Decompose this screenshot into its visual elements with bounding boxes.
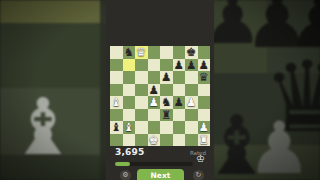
piece-bN-b8[interactable]: ♞: [123, 46, 136, 59]
square-a6[interactable]: [110, 71, 123, 84]
square-c2[interactable]: [135, 121, 148, 134]
square-a1[interactable]: [110, 134, 123, 147]
progress-bar: [115, 162, 193, 166]
piece-bR-e3[interactable]: ♜: [160, 109, 173, 122]
square-g4[interactable]: ♟: [185, 96, 198, 109]
square-d2[interactable]: [148, 121, 161, 134]
square-e3[interactable]: ♜: [160, 109, 173, 122]
piece-wQ-c8[interactable]: ♛: [135, 46, 148, 59]
square-a4[interactable]: ♝: [110, 96, 123, 109]
background-square: [0, 0, 100, 23]
chess-board[interactable]: ♞♛♚♟♟♟♟♛♟♝♟♞♟♟♜♝♝♟♚♜: [110, 46, 210, 146]
square-d7[interactable]: [148, 59, 161, 72]
square-c8[interactable]: ♛: [135, 46, 148, 59]
piece-wR-h1[interactable]: ♜: [198, 134, 211, 147]
square-a2[interactable]: ♝: [110, 121, 123, 134]
square-d4[interactable]: ♟: [148, 96, 161, 109]
next-button[interactable]: Next: [137, 169, 184, 180]
square-g8[interactable]: ♚: [185, 46, 198, 59]
square-b7[interactable]: [123, 59, 136, 72]
square-h6[interactable]: ♛: [198, 71, 211, 84]
square-g2[interactable]: [185, 121, 198, 134]
square-c7[interactable]: [135, 59, 148, 72]
square-h5[interactable]: [198, 84, 211, 97]
square-b1[interactable]: [123, 134, 136, 147]
square-f4[interactable]: ♟: [173, 96, 186, 109]
square-f7[interactable]: ♟: [173, 59, 186, 72]
piece-wP-g4[interactable]: ♟: [185, 96, 198, 109]
piece-bN-e4[interactable]: ♞: [160, 96, 173, 109]
background-square: [0, 23, 100, 88]
hint-icon: ⚙: [122, 171, 128, 179]
retry-icon: ↻: [196, 171, 202, 179]
square-a7[interactable]: [110, 59, 123, 72]
square-d6[interactable]: [148, 71, 161, 84]
square-h8[interactable]: [198, 46, 211, 59]
square-g1[interactable]: [185, 134, 198, 147]
square-b5[interactable]: [123, 84, 136, 97]
square-c3[interactable]: [135, 109, 148, 122]
square-e2[interactable]: [160, 121, 173, 134]
white-bishop-icon: ♝: [8, 88, 78, 166]
square-b4[interactable]: [123, 96, 136, 109]
square-f2[interactable]: [173, 121, 186, 134]
piece-wB-b2[interactable]: ♝: [123, 121, 136, 134]
square-c6[interactable]: [135, 71, 148, 84]
square-g3[interactable]: [185, 109, 198, 122]
puzzle-rating: 3,695: [115, 147, 144, 157]
square-c5[interactable]: [135, 84, 148, 97]
gray-pawn-icon: ♟: [247, 112, 312, 180]
piece-bP-e6[interactable]: ♟: [160, 71, 173, 84]
square-e1[interactable]: [160, 134, 173, 147]
square-d8[interactable]: [148, 46, 161, 59]
square-h4[interactable]: [198, 96, 211, 109]
piece-bQ-h6[interactable]: ♛: [198, 71, 211, 84]
square-e8[interactable]: [160, 46, 173, 59]
square-a8[interactable]: [110, 46, 123, 59]
piece-bB-a2[interactable]: ♝: [110, 121, 123, 134]
piece-wP-h2[interactable]: ♟: [198, 121, 211, 134]
square-d3[interactable]: [148, 109, 161, 122]
square-g6[interactable]: [185, 71, 198, 84]
hint-button[interactable]: ⚙: [120, 170, 131, 180]
square-f8[interactable]: [173, 46, 186, 59]
screenshot-stage: ♝♟♟♟♛♝♟ ♞♛♚♟♟♟♟♛♟♝♟♞♟♟♜♝♝♟♚♜ 3,695 Rated…: [0, 0, 320, 180]
piece-wB-a4[interactable]: ♝: [110, 96, 123, 109]
piece-wP-d4[interactable]: ♟: [148, 96, 161, 109]
square-b6[interactable]: [123, 71, 136, 84]
piece-bP-f7[interactable]: ♟: [173, 59, 186, 72]
progress-bar-fill: [115, 162, 130, 166]
square-e4[interactable]: ♞: [160, 96, 173, 109]
square-c1[interactable]: [135, 134, 148, 147]
retry-button[interactable]: ↻: [193, 170, 204, 180]
next-button-label: Next: [151, 171, 171, 180]
piece-wK-d1[interactable]: ♚: [148, 134, 161, 147]
square-c4[interactable]: [135, 96, 148, 109]
piece-bK-g8[interactable]: ♚: [185, 46, 198, 59]
square-f1[interactable]: [173, 134, 186, 147]
piece-bP-f4[interactable]: ♟: [173, 96, 186, 109]
square-g7[interactable]: ♟: [185, 59, 198, 72]
square-h2[interactable]: ♟: [198, 121, 211, 134]
square-b8[interactable]: ♞: [123, 46, 136, 59]
piece-bP-g7[interactable]: ♟: [185, 59, 198, 72]
square-f3[interactable]: [173, 109, 186, 122]
square-f6[interactable]: [173, 71, 186, 84]
square-b2[interactable]: ♝: [123, 121, 136, 134]
square-d1[interactable]: ♚: [148, 134, 161, 147]
crown-icon: ♔: [196, 154, 205, 164]
square-e6[interactable]: ♟: [160, 71, 173, 84]
square-h1[interactable]: ♜: [198, 134, 211, 147]
puzzle-app-panel: ♞♛♚♟♟♟♟♛♟♝♟♞♟♟♜♝♝♟♚♜ 3,695 Rated ♔ ⚙ Nex…: [106, 0, 214, 180]
